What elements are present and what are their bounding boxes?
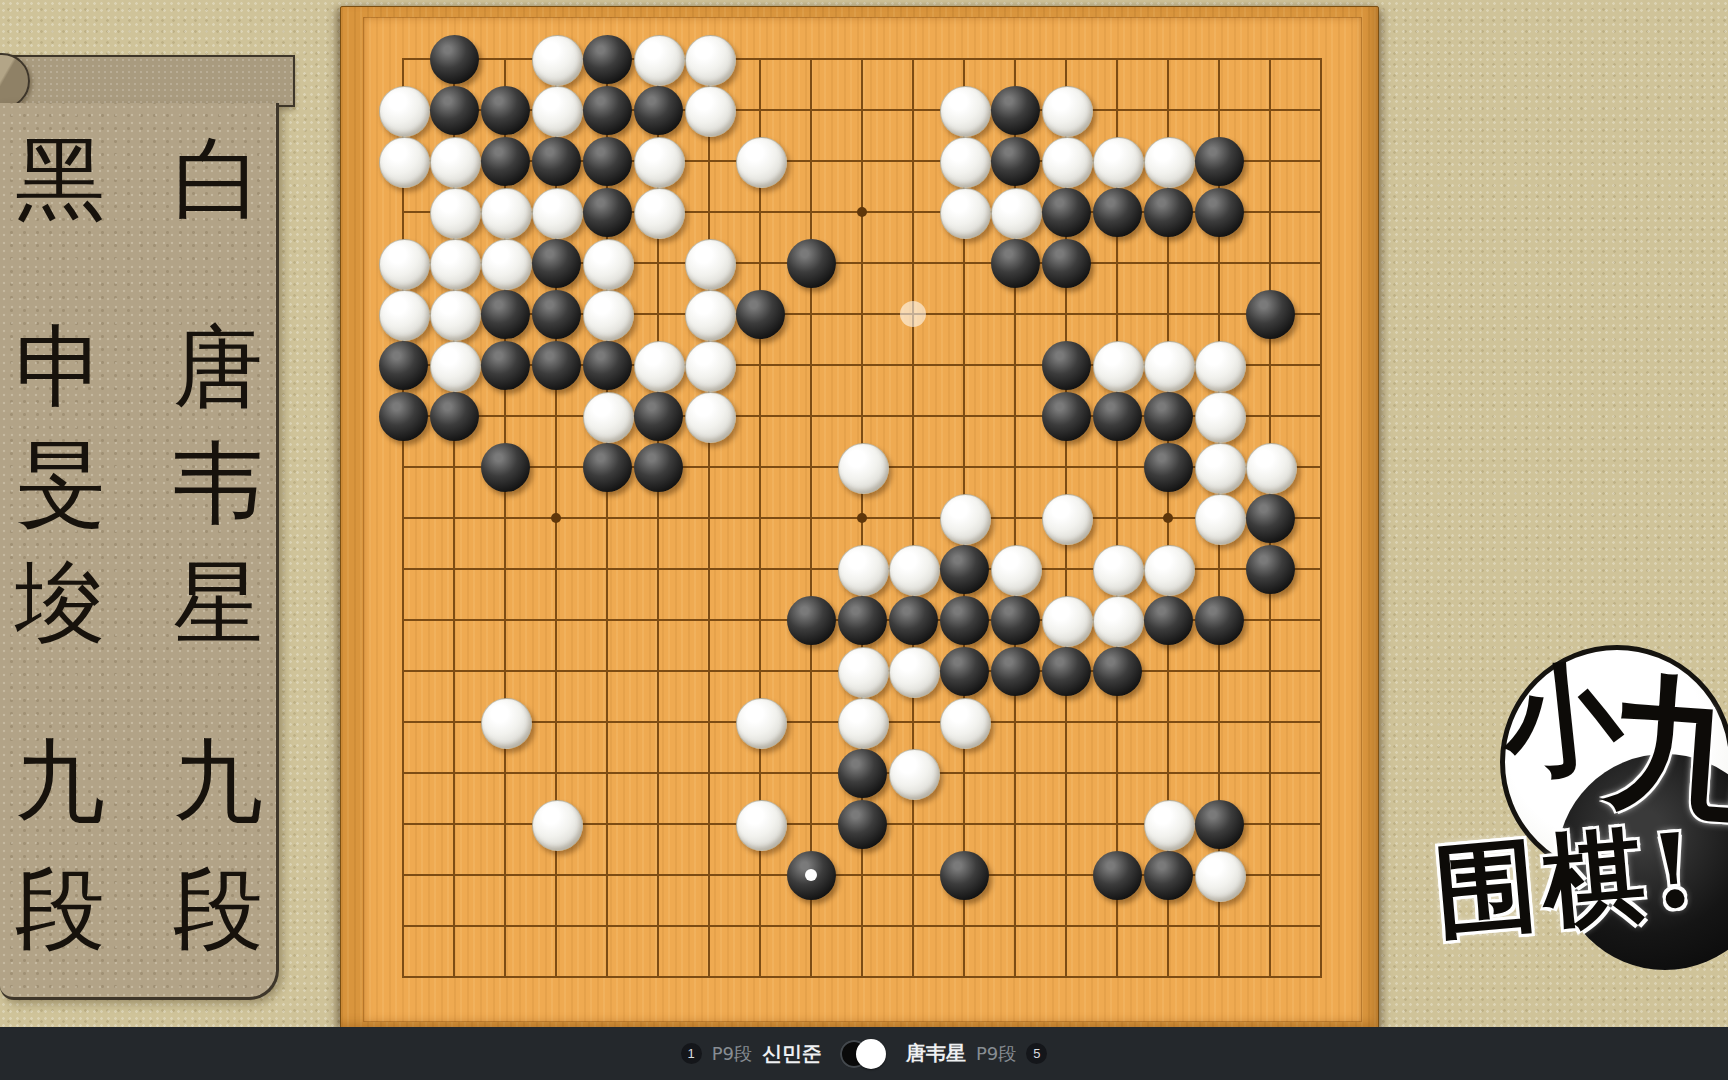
white-stone bbox=[1042, 494, 1093, 545]
grid-line-vertical bbox=[912, 58, 914, 978]
black-stone bbox=[481, 443, 530, 492]
black-stone bbox=[1042, 341, 1091, 390]
black-stone bbox=[430, 86, 479, 135]
white-stone bbox=[430, 188, 481, 239]
white-stone bbox=[379, 290, 430, 341]
white-stone bbox=[1246, 443, 1297, 494]
white-stone bbox=[838, 647, 889, 698]
white-stone bbox=[430, 290, 481, 341]
white-rank-label: P9段 bbox=[976, 1042, 1016, 1066]
white-stone bbox=[838, 545, 889, 596]
white-stone bbox=[634, 341, 685, 392]
white-stone bbox=[583, 392, 634, 443]
white-stone bbox=[532, 35, 583, 86]
black-count-badge: 1 bbox=[681, 1043, 702, 1064]
black-stone bbox=[991, 86, 1040, 135]
white-stone bbox=[481, 239, 532, 290]
black-stone bbox=[1042, 188, 1091, 237]
white-stone bbox=[634, 137, 685, 188]
scroll-paper: 黑 申 旻 埈 九 段 白 唐 韦 星 九 段 bbox=[0, 103, 279, 1000]
white-stone bbox=[685, 290, 736, 341]
white-stone bbox=[430, 239, 481, 290]
black-stone bbox=[991, 596, 1040, 645]
white-stone bbox=[736, 137, 787, 188]
status-bar: 1 P9段 신민준 唐韦星 P9段 5 bbox=[0, 1027, 1728, 1080]
white-stone bbox=[991, 188, 1042, 239]
star-point bbox=[1163, 513, 1173, 523]
white-rank-char: 段 bbox=[166, 853, 270, 965]
app-logo: 小 九 围棋! bbox=[1290, 555, 1728, 1027]
white-stone bbox=[1093, 341, 1144, 392]
white-stone bbox=[634, 188, 685, 239]
logo-char-jiu: 九 bbox=[1601, 662, 1728, 832]
white-stone bbox=[1195, 851, 1246, 902]
black-stone bbox=[940, 851, 989, 900]
white-rank-char: 九 bbox=[166, 725, 270, 837]
white-stone bbox=[1195, 494, 1246, 545]
black-stone bbox=[481, 290, 530, 339]
black-stone bbox=[430, 392, 479, 441]
board-surface[interactable] bbox=[363, 17, 1362, 1022]
white-stone bbox=[838, 698, 889, 749]
black-stone bbox=[583, 86, 632, 135]
white-stone bbox=[532, 86, 583, 137]
black-stone bbox=[1042, 392, 1091, 441]
black-rank-char: 九 bbox=[8, 725, 112, 837]
white-stone bbox=[1042, 596, 1093, 647]
black-stone bbox=[736, 290, 785, 339]
black-stone bbox=[838, 749, 887, 798]
star-point bbox=[857, 513, 867, 523]
black-label: 黑 bbox=[8, 123, 112, 235]
white-stone bbox=[1144, 341, 1195, 392]
black-stone bbox=[634, 443, 683, 492]
white-stone bbox=[1144, 545, 1195, 596]
white-stone bbox=[1195, 341, 1246, 392]
white-stone bbox=[889, 545, 940, 596]
white-stone bbox=[379, 137, 430, 188]
black-stone bbox=[1144, 188, 1193, 237]
white-stone bbox=[1093, 596, 1144, 647]
black-stone bbox=[634, 392, 683, 441]
white-name-char: 星 bbox=[166, 547, 270, 659]
black-stone bbox=[991, 137, 1040, 186]
black-stone bbox=[838, 800, 887, 849]
black-stone bbox=[1144, 443, 1193, 492]
white-stone bbox=[583, 239, 634, 290]
black-stone bbox=[1093, 392, 1142, 441]
white-name-char: 韦 bbox=[166, 427, 270, 539]
white-stone bbox=[736, 800, 787, 851]
white-stone bbox=[940, 137, 991, 188]
black-stone bbox=[379, 341, 428, 390]
white-stone bbox=[1195, 443, 1246, 494]
white-stone bbox=[685, 86, 736, 137]
black-stone bbox=[532, 341, 581, 390]
white-stone bbox=[736, 698, 787, 749]
black-stone bbox=[940, 647, 989, 696]
black-stone bbox=[583, 341, 632, 390]
black-stone bbox=[991, 239, 1040, 288]
black-stone bbox=[838, 596, 887, 645]
stones-pair-icon bbox=[840, 1038, 888, 1070]
white-name-char: 唐 bbox=[166, 311, 270, 423]
white-stone bbox=[1144, 137, 1195, 188]
black-stone bbox=[634, 86, 683, 135]
black-stone bbox=[1195, 188, 1244, 237]
white-stone bbox=[940, 188, 991, 239]
black-stone bbox=[1144, 596, 1193, 645]
last-move-dot bbox=[805, 869, 817, 881]
black-stone bbox=[1093, 851, 1142, 900]
white-stone bbox=[583, 290, 634, 341]
black-stone bbox=[1093, 647, 1142, 696]
black-stone bbox=[481, 86, 530, 135]
black-stone bbox=[430, 35, 479, 84]
hover-marker bbox=[900, 301, 926, 327]
white-stone bbox=[430, 341, 481, 392]
white-stone bbox=[430, 137, 481, 188]
black-stone bbox=[1195, 596, 1244, 645]
black-stone bbox=[1246, 545, 1295, 594]
white-count-badge: 5 bbox=[1026, 1043, 1047, 1064]
white-label: 白 bbox=[166, 123, 270, 235]
white-stone bbox=[532, 188, 583, 239]
black-name-char: 申 bbox=[8, 311, 112, 423]
black-stone bbox=[481, 137, 530, 186]
black-stone bbox=[940, 596, 989, 645]
white-stone bbox=[1042, 137, 1093, 188]
black-stone bbox=[940, 545, 989, 594]
black-stone bbox=[1246, 494, 1295, 543]
star-point bbox=[551, 513, 561, 523]
black-stone bbox=[532, 290, 581, 339]
white-stone bbox=[889, 647, 940, 698]
black-stone bbox=[583, 188, 632, 237]
black-stone bbox=[379, 392, 428, 441]
black-name-char: 埈 bbox=[8, 547, 112, 659]
white-stone bbox=[481, 188, 532, 239]
white-stone bbox=[940, 86, 991, 137]
white-stone bbox=[889, 749, 940, 800]
white-stone bbox=[1195, 392, 1246, 443]
black-stone bbox=[1195, 800, 1244, 849]
black-stone bbox=[1144, 392, 1193, 441]
white-stone bbox=[838, 443, 889, 494]
black-stone bbox=[787, 239, 836, 288]
white-stone bbox=[940, 698, 991, 749]
black-stone bbox=[991, 647, 1040, 696]
white-stone bbox=[634, 35, 685, 86]
white-stone bbox=[1093, 137, 1144, 188]
black-rank-char: 段 bbox=[8, 853, 112, 965]
black-stone bbox=[1246, 290, 1295, 339]
logo-text-weiqi: 围棋! bbox=[1404, 811, 1728, 948]
black-stone bbox=[532, 239, 581, 288]
black-stone bbox=[583, 443, 632, 492]
black-stone bbox=[583, 137, 632, 186]
white-stone bbox=[481, 698, 532, 749]
white-player-name: 唐韦星 bbox=[906, 1040, 966, 1067]
black-stone bbox=[1195, 137, 1244, 186]
white-stone bbox=[685, 392, 736, 443]
grid-line-horizontal bbox=[402, 925, 1322, 927]
black-rank-label: P9段 bbox=[712, 1042, 752, 1066]
white-stone bbox=[991, 545, 1042, 596]
player-scroll: 黑 申 旻 埈 九 段 白 唐 韦 星 九 段 bbox=[0, 0, 300, 1030]
white-stone bbox=[1093, 545, 1144, 596]
white-stone bbox=[1042, 86, 1093, 137]
black-player-name: 신민준 bbox=[762, 1040, 822, 1067]
black-stone bbox=[1042, 239, 1091, 288]
black-stone bbox=[1042, 647, 1091, 696]
black-stone bbox=[1093, 188, 1142, 237]
white-stone bbox=[685, 341, 736, 392]
black-stone bbox=[889, 596, 938, 645]
black-name-char: 旻 bbox=[8, 427, 112, 539]
white-stone bbox=[532, 800, 583, 851]
white-stone bbox=[685, 239, 736, 290]
white-stone bbox=[379, 86, 430, 137]
last-move-stone bbox=[787, 851, 836, 900]
scroll-roller bbox=[0, 55, 295, 107]
go-board[interactable] bbox=[340, 6, 1379, 1029]
black-stone bbox=[787, 596, 836, 645]
grid-line-horizontal bbox=[402, 976, 1322, 978]
black-stone bbox=[583, 35, 632, 84]
white-stone bbox=[940, 494, 991, 545]
white-stone-icon bbox=[856, 1039, 886, 1069]
black-stone bbox=[481, 341, 530, 390]
star-point bbox=[857, 207, 867, 217]
white-stone bbox=[1144, 800, 1195, 851]
black-stone bbox=[532, 137, 581, 186]
white-stone bbox=[379, 239, 430, 290]
white-stone bbox=[685, 35, 736, 86]
black-stone bbox=[1144, 851, 1193, 900]
